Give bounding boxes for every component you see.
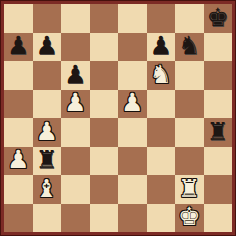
square-e5[interactable]: ♟: [118, 90, 147, 119]
piece-white-pawn[interactable]: ♟: [121, 90, 143, 115]
piece-black-pawn[interactable]: ♟: [7, 33, 29, 58]
piece-black-pawn[interactable]: ♟: [36, 33, 58, 58]
square-b3[interactable]: ♜: [33, 147, 62, 176]
square-g2[interactable]: ♜: [175, 175, 204, 204]
square-h6[interactable]: [204, 61, 233, 90]
piece-white-pawn[interactable]: ♟: [64, 90, 86, 115]
square-g1[interactable]: ♚: [175, 204, 204, 233]
square-e4[interactable]: [118, 118, 147, 147]
square-c7[interactable]: [61, 33, 90, 62]
square-e1[interactable]: [118, 204, 147, 233]
square-d3[interactable]: [90, 147, 119, 176]
square-b7[interactable]: ♟: [33, 33, 62, 62]
square-f5[interactable]: [147, 90, 176, 119]
piece-black-rook[interactable]: ♜: [36, 147, 58, 172]
square-h3[interactable]: [204, 147, 233, 176]
piece-white-pawn[interactable]: ♟: [36, 119, 58, 144]
piece-black-rook[interactable]: ♜: [207, 119, 229, 144]
square-h4[interactable]: ♜: [204, 118, 233, 147]
piece-black-knight[interactable]: ♞: [178, 33, 200, 58]
piece-white-bishop[interactable]: ♝: [36, 176, 58, 201]
square-e8[interactable]: [118, 4, 147, 33]
square-h8[interactable]: ♚: [204, 4, 233, 33]
square-b2[interactable]: ♝: [33, 175, 62, 204]
square-b6[interactable]: [33, 61, 62, 90]
square-a5[interactable]: [4, 90, 33, 119]
square-b1[interactable]: [33, 204, 62, 233]
square-e6[interactable]: [118, 61, 147, 90]
square-a8[interactable]: [4, 4, 33, 33]
square-c4[interactable]: [61, 118, 90, 147]
square-e3[interactable]: [118, 147, 147, 176]
square-d2[interactable]: [90, 175, 119, 204]
piece-white-king[interactable]: ♚: [178, 204, 200, 229]
square-a2[interactable]: [4, 175, 33, 204]
square-e7[interactable]: [118, 33, 147, 62]
square-f4[interactable]: [147, 118, 176, 147]
square-g7[interactable]: ♞: [175, 33, 204, 62]
piece-black-king[interactable]: ♚: [207, 5, 229, 30]
chess-board-frame: ♚♟♟♟♞♟♞♟♟♟♜♟♜♝♜♚: [0, 0, 236, 236]
square-c3[interactable]: [61, 147, 90, 176]
piece-white-rook[interactable]: ♜: [178, 176, 200, 201]
chess-board: ♚♟♟♟♞♟♞♟♟♟♜♟♜♝♜♚: [4, 4, 232, 232]
piece-white-pawn[interactable]: ♟: [7, 147, 29, 172]
square-b8[interactable]: [33, 4, 62, 33]
square-b5[interactable]: [33, 90, 62, 119]
piece-white-knight[interactable]: ♞: [150, 62, 172, 87]
square-c6[interactable]: ♟: [61, 61, 90, 90]
square-f1[interactable]: [147, 204, 176, 233]
square-g5[interactable]: [175, 90, 204, 119]
square-b4[interactable]: ♟: [33, 118, 62, 147]
square-f6[interactable]: ♞: [147, 61, 176, 90]
square-f2[interactable]: [147, 175, 176, 204]
square-a6[interactable]: [4, 61, 33, 90]
square-c2[interactable]: [61, 175, 90, 204]
square-h5[interactable]: [204, 90, 233, 119]
square-a1[interactable]: [4, 204, 33, 233]
square-g3[interactable]: [175, 147, 204, 176]
piece-black-pawn[interactable]: ♟: [64, 62, 86, 87]
square-d7[interactable]: [90, 33, 119, 62]
square-d8[interactable]: [90, 4, 119, 33]
square-d6[interactable]: [90, 61, 119, 90]
square-c1[interactable]: [61, 204, 90, 233]
square-h1[interactable]: [204, 204, 233, 233]
square-f8[interactable]: [147, 4, 176, 33]
square-g8[interactable]: [175, 4, 204, 33]
square-g4[interactable]: [175, 118, 204, 147]
square-a3[interactable]: ♟: [4, 147, 33, 176]
square-f3[interactable]: [147, 147, 176, 176]
square-d5[interactable]: [90, 90, 119, 119]
square-h7[interactable]: [204, 33, 233, 62]
square-e2[interactable]: [118, 175, 147, 204]
square-g6[interactable]: [175, 61, 204, 90]
square-h2[interactable]: [204, 175, 233, 204]
square-d1[interactable]: [90, 204, 119, 233]
square-f7[interactable]: ♟: [147, 33, 176, 62]
square-a7[interactable]: ♟: [4, 33, 33, 62]
piece-black-pawn[interactable]: ♟: [150, 33, 172, 58]
square-a4[interactable]: [4, 118, 33, 147]
square-c5[interactable]: ♟: [61, 90, 90, 119]
square-d4[interactable]: [90, 118, 119, 147]
square-c8[interactable]: [61, 4, 90, 33]
